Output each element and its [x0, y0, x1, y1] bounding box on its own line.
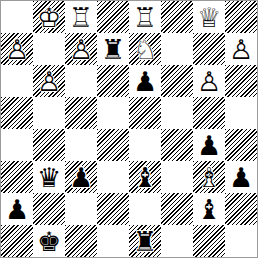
square-b2[interactable]: [33, 193, 65, 225]
black-piece-glyph: ♜: [101, 36, 125, 63]
black-piece-glyph: ♟: [5, 196, 29, 223]
square-e2[interactable]: [129, 193, 161, 225]
square-c4[interactable]: [65, 129, 97, 161]
square-b4[interactable]: [33, 129, 65, 161]
square-f4[interactable]: [161, 129, 193, 161]
chess-diagram: ♚♔♜♖♜♖♛♕♟♙♟♙♜♞♘♟♙♟♙♟♟♙♟♛♟♝♝♗♟♟♝♚♜: [0, 0, 258, 258]
square-b7[interactable]: [33, 33, 65, 65]
square-h8[interactable]: [225, 1, 257, 33]
square-h7[interactable]: ♟♙: [225, 33, 257, 65]
piece-white-rook: ♜♖: [65, 1, 97, 33]
white-piece-outline: ♙: [229, 36, 253, 63]
square-a7[interactable]: ♟♙: [1, 33, 33, 65]
square-e8[interactable]: ♜♖: [129, 1, 161, 33]
white-piece-outline: ♖: [133, 4, 157, 31]
piece-black-bishop: ♝: [129, 161, 161, 193]
square-d5[interactable]: [97, 97, 129, 129]
square-e3[interactable]: ♝: [129, 161, 161, 193]
piece-white-pawn: ♟♙: [225, 33, 257, 65]
piece-black-queen: ♛: [33, 161, 65, 193]
square-a1[interactable]: [1, 225, 33, 257]
square-h2[interactable]: [225, 193, 257, 225]
square-a5[interactable]: [1, 97, 33, 129]
square-g1[interactable]: [193, 225, 225, 257]
piece-white-bishop: ♝♗: [193, 161, 225, 193]
black-piece-glyph: ♜: [133, 228, 157, 255]
square-f3[interactable]: [161, 161, 193, 193]
piece-white-pawn: ♟♙: [193, 65, 225, 97]
square-b8[interactable]: ♚♔: [33, 1, 65, 33]
piece-black-pawn: ♟: [129, 65, 161, 97]
square-b6[interactable]: ♟♙: [33, 65, 65, 97]
square-a4[interactable]: [1, 129, 33, 161]
square-h1[interactable]: [225, 225, 257, 257]
piece-white-rook: ♜♖: [129, 1, 161, 33]
piece-black-rook: ♜: [97, 33, 129, 65]
square-f2[interactable]: [161, 193, 193, 225]
piece-white-pawn: ♟♙: [33, 65, 65, 97]
square-b1[interactable]: ♚: [33, 225, 65, 257]
white-piece-outline: ♙: [37, 68, 61, 95]
square-c3[interactable]: ♟: [65, 161, 97, 193]
square-e1[interactable]: ♜: [129, 225, 161, 257]
square-c8[interactable]: ♜♖: [65, 1, 97, 33]
black-piece-glyph: ♝: [133, 164, 157, 191]
square-g5[interactable]: [193, 97, 225, 129]
square-c1[interactable]: [65, 225, 97, 257]
white-piece-outline: ♔: [37, 4, 61, 31]
square-g2[interactable]: ♝: [193, 193, 225, 225]
piece-black-king: ♚: [33, 225, 65, 257]
square-g4[interactable]: ♟: [193, 129, 225, 161]
piece-black-pawn: ♟: [193, 129, 225, 161]
square-d7[interactable]: ♜: [97, 33, 129, 65]
square-h4[interactable]: [225, 129, 257, 161]
white-piece-outline: ♙: [69, 36, 93, 63]
square-d6[interactable]: [97, 65, 129, 97]
square-g6[interactable]: ♟♙: [193, 65, 225, 97]
square-c5[interactable]: [65, 97, 97, 129]
square-f5[interactable]: [161, 97, 193, 129]
square-a6[interactable]: [1, 65, 33, 97]
black-piece-glyph: ♟: [229, 164, 253, 191]
piece-white-pawn: ♟♙: [65, 33, 97, 65]
square-e7[interactable]: ♞♘: [129, 33, 161, 65]
square-a2[interactable]: ♟: [1, 193, 33, 225]
square-e6[interactable]: ♟: [129, 65, 161, 97]
square-e5[interactable]: [129, 97, 161, 129]
square-f6[interactable]: [161, 65, 193, 97]
white-piece-outline: ♕: [197, 4, 221, 31]
piece-black-pawn: ♟: [1, 193, 33, 225]
white-piece-outline: ♙: [5, 36, 29, 63]
square-h6[interactable]: [225, 65, 257, 97]
square-h5[interactable]: [225, 97, 257, 129]
black-piece-glyph: ♝: [197, 196, 221, 223]
square-c2[interactable]: [65, 193, 97, 225]
piece-white-king: ♚♔: [33, 1, 65, 33]
square-d3[interactable]: [97, 161, 129, 193]
black-piece-glyph: ♛: [37, 164, 61, 191]
white-piece-outline: ♘: [133, 36, 157, 63]
black-piece-glyph: ♟: [133, 68, 157, 95]
piece-white-queen: ♛♕: [193, 1, 225, 33]
piece-black-pawn: ♟: [225, 161, 257, 193]
piece-white-knight: ♞♘: [129, 33, 161, 65]
piece-black-rook: ♜: [129, 225, 161, 257]
square-a8[interactable]: [1, 1, 33, 33]
piece-black-pawn: ♟: [65, 161, 97, 193]
square-f8[interactable]: [161, 1, 193, 33]
square-g8[interactable]: ♛♕: [193, 1, 225, 33]
square-c7[interactable]: ♟♙: [65, 33, 97, 65]
piece-white-pawn: ♟♙: [1, 33, 33, 65]
square-g7[interactable]: [193, 33, 225, 65]
white-piece-outline: ♗: [197, 164, 221, 191]
square-g3[interactable]: ♝♗: [193, 161, 225, 193]
black-piece-glyph: ♟: [69, 164, 93, 191]
square-h3[interactable]: ♟: [225, 161, 257, 193]
black-piece-glyph: ♟: [197, 132, 221, 159]
square-d4[interactable]: [97, 129, 129, 161]
square-d2[interactable]: [97, 193, 129, 225]
square-e4[interactable]: [129, 129, 161, 161]
piece-black-bishop: ♝: [193, 193, 225, 225]
square-d8[interactable]: [97, 1, 129, 33]
square-b5[interactable]: [33, 97, 65, 129]
chess-board: ♚♔♜♖♜♖♛♕♟♙♟♙♜♞♘♟♙♟♙♟♟♙♟♛♟♝♝♗♟♟♝♚♜: [0, 0, 258, 258]
square-f1[interactable]: [161, 225, 193, 257]
square-a3[interactable]: [1, 161, 33, 193]
white-piece-outline: ♖: [69, 4, 93, 31]
square-b3[interactable]: ♛: [33, 161, 65, 193]
square-d1[interactable]: [97, 225, 129, 257]
white-piece-outline: ♙: [197, 68, 221, 95]
square-c6[interactable]: [65, 65, 97, 97]
black-piece-glyph: ♚: [37, 228, 61, 255]
square-f7[interactable]: [161, 33, 193, 65]
